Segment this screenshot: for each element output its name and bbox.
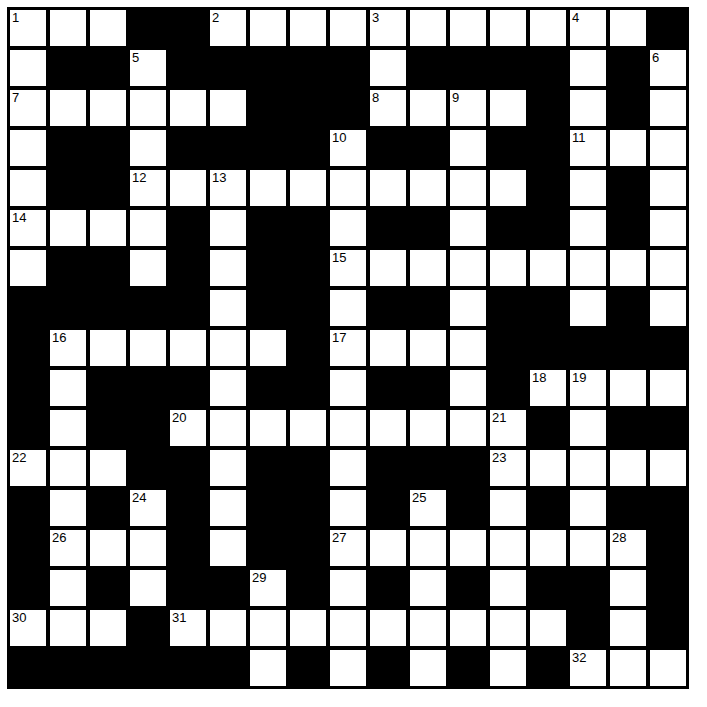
white-cell-r17-c13[interactable] bbox=[488, 648, 528, 688]
white-cell-r17-c11[interactable] bbox=[408, 648, 448, 688]
white-cell-r7-c4[interactable] bbox=[128, 248, 168, 288]
white-cell-r1-c11[interactable] bbox=[408, 8, 448, 48]
white-cell-r15-c7[interactable]: 29 bbox=[248, 568, 288, 608]
white-cell-r12-c14[interactable] bbox=[528, 448, 568, 488]
white-cell-r13-c2[interactable] bbox=[48, 488, 88, 528]
black-cell-r3-c14 bbox=[528, 88, 568, 128]
white-cell-r10-c14[interactable]: 18 bbox=[528, 368, 568, 408]
white-cell-r3-c13[interactable] bbox=[488, 88, 528, 128]
black-cell-r5-c2 bbox=[48, 168, 88, 208]
black-cell-r6-c10 bbox=[368, 208, 408, 248]
white-cell-r12-c1[interactable]: 22 bbox=[8, 448, 48, 488]
black-cell-r12-c10 bbox=[368, 448, 408, 488]
white-cell-r17-c17[interactable] bbox=[648, 648, 688, 688]
white-cell-r9-c5[interactable] bbox=[168, 328, 208, 368]
black-cell-r10-c13 bbox=[488, 368, 528, 408]
black-cell-r17-c2 bbox=[48, 648, 88, 688]
white-cell-r10-c16[interactable] bbox=[608, 368, 648, 408]
black-cell-r1-c17 bbox=[648, 8, 688, 48]
black-cell-r12-c5 bbox=[168, 448, 208, 488]
white-cell-r2-c1[interactable] bbox=[8, 48, 48, 88]
white-cell-r1-c16[interactable] bbox=[608, 8, 648, 48]
black-cell-r10-c5 bbox=[168, 368, 208, 408]
clue-number-29: 29 bbox=[252, 570, 266, 585]
white-cell-r10-c9[interactable] bbox=[328, 368, 368, 408]
white-cell-r5-c7[interactable] bbox=[248, 168, 288, 208]
black-cell-r9-c16 bbox=[608, 328, 648, 368]
white-cell-r14-c11[interactable] bbox=[408, 528, 448, 568]
white-cell-r1-c10[interactable]: 3 bbox=[368, 8, 408, 48]
white-cell-r3-c10[interactable]: 8 bbox=[368, 88, 408, 128]
white-cell-r4-c4[interactable] bbox=[128, 128, 168, 168]
black-cell-r10-c11 bbox=[408, 368, 448, 408]
black-cell-r17-c10 bbox=[368, 648, 408, 688]
black-cell-r12-c8 bbox=[288, 448, 328, 488]
black-cell-r6-c7 bbox=[248, 208, 288, 248]
clue-number-1: 1 bbox=[12, 10, 19, 25]
white-cell-r14-c12[interactable] bbox=[448, 528, 488, 568]
white-cell-r17-c15[interactable]: 32 bbox=[568, 648, 608, 688]
white-cell-r4-c16[interactable] bbox=[608, 128, 648, 168]
white-cell-r9-c12[interactable] bbox=[448, 328, 488, 368]
white-cell-r16-c2[interactable] bbox=[48, 608, 88, 648]
black-cell-r17-c3 bbox=[88, 648, 128, 688]
black-cell-r5-c16 bbox=[608, 168, 648, 208]
white-cell-r1-c6[interactable]: 2 bbox=[208, 8, 248, 48]
black-cell-r3-c7 bbox=[248, 88, 288, 128]
clue-number-25: 25 bbox=[412, 490, 426, 505]
black-cell-r9-c15 bbox=[568, 328, 608, 368]
clue-number-10: 10 bbox=[332, 130, 346, 145]
black-cell-r8-c8 bbox=[288, 288, 328, 328]
black-cell-r15-c5 bbox=[168, 568, 208, 608]
black-cell-r13-c16 bbox=[608, 488, 648, 528]
white-cell-r15-c4[interactable] bbox=[128, 568, 168, 608]
black-cell-r10-c10 bbox=[368, 368, 408, 408]
white-cell-r12-c15[interactable] bbox=[568, 448, 608, 488]
white-cell-r4-c17[interactable] bbox=[648, 128, 688, 168]
white-cell-r17-c16[interactable] bbox=[608, 648, 648, 688]
black-cell-r4-c13 bbox=[488, 128, 528, 168]
white-cell-r5-c9[interactable] bbox=[328, 168, 368, 208]
white-cell-r14-c16[interactable]: 28 bbox=[608, 528, 648, 568]
black-cell-r17-c8 bbox=[288, 648, 328, 688]
white-cell-r16-c12[interactable] bbox=[448, 608, 488, 648]
black-cell-r8-c13 bbox=[488, 288, 528, 328]
white-cell-r9-c11[interactable] bbox=[408, 328, 448, 368]
white-cell-r11-c6[interactable] bbox=[208, 408, 248, 448]
white-cell-r7-c15[interactable] bbox=[568, 248, 608, 288]
clue-number-18: 18 bbox=[532, 370, 546, 385]
white-cell-r15-c13[interactable] bbox=[488, 568, 528, 608]
clue-number-21: 21 bbox=[492, 410, 506, 425]
black-cell-r2-c7 bbox=[248, 48, 288, 88]
white-cell-r14-c10[interactable] bbox=[368, 528, 408, 568]
black-cell-r2-c12 bbox=[448, 48, 488, 88]
black-cell-r11-c1 bbox=[8, 408, 48, 448]
clue-number-13: 13 bbox=[212, 170, 226, 185]
black-cell-r10-c4 bbox=[128, 368, 168, 408]
clue-number-19: 19 bbox=[572, 370, 586, 385]
black-cell-r8-c14 bbox=[528, 288, 568, 328]
white-cell-r12-c2[interactable] bbox=[48, 448, 88, 488]
clue-number-15: 15 bbox=[332, 250, 346, 265]
white-cell-r16-c16[interactable] bbox=[608, 608, 648, 648]
white-cell-r10-c2[interactable] bbox=[48, 368, 88, 408]
black-cell-r16-c15 bbox=[568, 608, 608, 648]
black-cell-r13-c10 bbox=[368, 488, 408, 528]
crossword-board: 1234567891011121314151617181920212223242… bbox=[7, 7, 689, 689]
white-cell-r9-c9[interactable]: 17 bbox=[328, 328, 368, 368]
white-cell-r16-c13[interactable] bbox=[488, 608, 528, 648]
white-cell-r5-c1[interactable] bbox=[8, 168, 48, 208]
black-cell-r5-c14 bbox=[528, 168, 568, 208]
white-cell-r8-c15[interactable] bbox=[568, 288, 608, 328]
black-cell-r3-c9 bbox=[328, 88, 368, 128]
black-cell-r2-c3 bbox=[88, 48, 128, 88]
black-cell-r2-c13 bbox=[488, 48, 528, 88]
black-cell-r12-c4 bbox=[128, 448, 168, 488]
black-cell-r17-c14 bbox=[528, 648, 568, 688]
white-cell-r11-c15[interactable] bbox=[568, 408, 608, 448]
white-cell-r14-c4[interactable] bbox=[128, 528, 168, 568]
black-cell-r15-c8 bbox=[288, 568, 328, 608]
white-cell-r16-c5[interactable]: 31 bbox=[168, 608, 208, 648]
clue-number-5: 5 bbox=[132, 50, 139, 65]
black-cell-r17-c5 bbox=[168, 648, 208, 688]
white-cell-r5-c4[interactable]: 12 bbox=[128, 168, 168, 208]
black-cell-r15-c15 bbox=[568, 568, 608, 608]
white-cell-r1-c13[interactable] bbox=[488, 8, 528, 48]
white-cell-r15-c2[interactable] bbox=[48, 568, 88, 608]
black-cell-r4-c14 bbox=[528, 128, 568, 168]
white-cell-r7-c17[interactable] bbox=[648, 248, 688, 288]
white-cell-r6-c17[interactable] bbox=[648, 208, 688, 248]
black-cell-r11-c17 bbox=[648, 408, 688, 448]
white-cell-r10-c17[interactable] bbox=[648, 368, 688, 408]
white-cell-r12-c6[interactable] bbox=[208, 448, 248, 488]
clue-number-23: 23 bbox=[492, 450, 506, 465]
white-cell-r3-c1[interactable]: 7 bbox=[8, 88, 48, 128]
white-cell-r13-c4[interactable]: 24 bbox=[128, 488, 168, 528]
white-cell-r10-c6[interactable] bbox=[208, 368, 248, 408]
white-cell-r12-c16[interactable] bbox=[608, 448, 648, 488]
white-cell-r14-c2[interactable]: 26 bbox=[48, 528, 88, 568]
white-cell-r3-c2[interactable] bbox=[48, 88, 88, 128]
black-cell-r11-c4 bbox=[128, 408, 168, 448]
clue-number-9: 9 bbox=[452, 90, 459, 105]
black-cell-r15-c12 bbox=[448, 568, 488, 608]
white-cell-r8-c6[interactable] bbox=[208, 288, 248, 328]
clue-number-4: 4 bbox=[572, 10, 579, 25]
white-cell-r10-c12[interactable] bbox=[448, 368, 488, 408]
black-cell-r15-c14 bbox=[528, 568, 568, 608]
white-cell-r16-c6[interactable] bbox=[208, 608, 248, 648]
white-cell-r2-c10[interactable] bbox=[368, 48, 408, 88]
white-cell-r14-c9[interactable]: 27 bbox=[328, 528, 368, 568]
clue-number-8: 8 bbox=[372, 90, 379, 105]
black-cell-r4-c3 bbox=[88, 128, 128, 168]
white-cell-r6-c2[interactable] bbox=[48, 208, 88, 248]
clue-number-6: 6 bbox=[652, 50, 659, 65]
black-cell-r6-c8 bbox=[288, 208, 328, 248]
black-cell-r13-c8 bbox=[288, 488, 328, 528]
white-cell-r14-c14[interactable] bbox=[528, 528, 568, 568]
white-cell-r5-c11[interactable] bbox=[408, 168, 448, 208]
white-cell-r11-c11[interactable] bbox=[408, 408, 448, 448]
white-cell-r17-c9[interactable] bbox=[328, 648, 368, 688]
white-cell-r4-c9[interactable]: 10 bbox=[328, 128, 368, 168]
white-cell-r12-c17[interactable] bbox=[648, 448, 688, 488]
black-cell-r8-c4 bbox=[128, 288, 168, 328]
white-cell-r3-c12[interactable]: 9 bbox=[448, 88, 488, 128]
clue-number-22: 22 bbox=[12, 450, 26, 465]
black-cell-r9-c13 bbox=[488, 328, 528, 368]
white-cell-r6-c3[interactable] bbox=[88, 208, 128, 248]
white-cell-r6-c9[interactable] bbox=[328, 208, 368, 248]
black-cell-r6-c16 bbox=[608, 208, 648, 248]
white-cell-r5-c17[interactable] bbox=[648, 168, 688, 208]
white-cell-r3-c5[interactable] bbox=[168, 88, 208, 128]
black-cell-r7-c7 bbox=[248, 248, 288, 288]
black-cell-r4-c11 bbox=[408, 128, 448, 168]
white-cell-r13-c13[interactable] bbox=[488, 488, 528, 528]
clue-number-12: 12 bbox=[132, 170, 146, 185]
black-cell-r8-c2 bbox=[48, 288, 88, 328]
black-cell-r15-c17 bbox=[648, 568, 688, 608]
black-cell-r4-c8 bbox=[288, 128, 328, 168]
black-cell-r8-c16 bbox=[608, 288, 648, 328]
black-cell-r1-c5 bbox=[168, 8, 208, 48]
white-cell-r11-c12[interactable] bbox=[448, 408, 488, 448]
white-cell-r11-c13[interactable]: 21 bbox=[488, 408, 528, 448]
white-cell-r16-c9[interactable] bbox=[328, 608, 368, 648]
black-cell-r4-c10 bbox=[368, 128, 408, 168]
white-cell-r4-c12[interactable] bbox=[448, 128, 488, 168]
white-cell-r5-c13[interactable] bbox=[488, 168, 528, 208]
black-cell-r7-c8 bbox=[288, 248, 328, 288]
black-cell-r13-c12 bbox=[448, 488, 488, 528]
white-cell-r9-c2[interactable]: 16 bbox=[48, 328, 88, 368]
white-cell-r15-c16[interactable] bbox=[608, 568, 648, 608]
black-cell-r9-c1 bbox=[8, 328, 48, 368]
black-cell-r14-c17 bbox=[648, 528, 688, 568]
black-cell-r2-c5 bbox=[168, 48, 208, 88]
white-cell-r9-c7[interactable] bbox=[248, 328, 288, 368]
white-cell-r1-c8[interactable] bbox=[288, 8, 328, 48]
black-cell-r8-c1 bbox=[8, 288, 48, 328]
white-cell-r10-c15[interactable]: 19 bbox=[568, 368, 608, 408]
white-cell-r7-c12[interactable] bbox=[448, 248, 488, 288]
white-cell-r5-c6[interactable]: 13 bbox=[208, 168, 248, 208]
white-cell-r8-c9[interactable] bbox=[328, 288, 368, 328]
black-cell-r2-c9 bbox=[328, 48, 368, 88]
white-cell-r8-c17[interactable] bbox=[648, 288, 688, 328]
white-cell-r11-c5[interactable]: 20 bbox=[168, 408, 208, 448]
white-cell-r16-c10[interactable] bbox=[368, 608, 408, 648]
white-cell-r5-c12[interactable] bbox=[448, 168, 488, 208]
white-cell-r2-c17[interactable]: 6 bbox=[648, 48, 688, 88]
black-cell-r14-c5 bbox=[168, 528, 208, 568]
black-cell-r9-c17 bbox=[648, 328, 688, 368]
clue-number-2: 2 bbox=[212, 10, 219, 25]
black-cell-r7-c5 bbox=[168, 248, 208, 288]
white-cell-r6-c12[interactable] bbox=[448, 208, 488, 248]
white-cell-r9-c10[interactable] bbox=[368, 328, 408, 368]
white-cell-r3-c17[interactable] bbox=[648, 88, 688, 128]
black-cell-r4-c5 bbox=[168, 128, 208, 168]
white-cell-r15-c11[interactable] bbox=[408, 568, 448, 608]
white-cell-r5-c10[interactable] bbox=[368, 168, 408, 208]
white-cell-r5-c8[interactable] bbox=[288, 168, 328, 208]
black-cell-r17-c4 bbox=[128, 648, 168, 688]
clue-number-27: 27 bbox=[332, 530, 346, 545]
white-cell-r3-c15[interactable] bbox=[568, 88, 608, 128]
black-cell-r15-c6 bbox=[208, 568, 248, 608]
black-cell-r2-c8 bbox=[288, 48, 328, 88]
white-cell-r11-c8[interactable] bbox=[288, 408, 328, 448]
white-cell-r16-c14[interactable] bbox=[528, 608, 568, 648]
white-cell-r11-c2[interactable] bbox=[48, 408, 88, 448]
white-cell-r16-c1[interactable]: 30 bbox=[8, 608, 48, 648]
white-cell-r7-c6[interactable] bbox=[208, 248, 248, 288]
white-cell-r9-c3[interactable] bbox=[88, 328, 128, 368]
white-cell-r1-c3[interactable] bbox=[88, 8, 128, 48]
black-cell-r5-c3 bbox=[88, 168, 128, 208]
white-cell-r16-c8[interactable] bbox=[288, 608, 328, 648]
white-cell-r12-c9[interactable] bbox=[328, 448, 368, 488]
black-cell-r13-c14 bbox=[528, 488, 568, 528]
white-cell-r7-c1[interactable] bbox=[8, 248, 48, 288]
black-cell-r4-c7 bbox=[248, 128, 288, 168]
white-cell-r7-c16[interactable] bbox=[608, 248, 648, 288]
clue-number-3: 3 bbox=[372, 10, 379, 25]
black-cell-r17-c1 bbox=[8, 648, 48, 688]
white-cell-r9-c4[interactable] bbox=[128, 328, 168, 368]
black-cell-r8-c10 bbox=[368, 288, 408, 328]
clue-number-11: 11 bbox=[572, 130, 586, 145]
white-cell-r3-c11[interactable] bbox=[408, 88, 448, 128]
clue-number-31: 31 bbox=[172, 610, 186, 625]
white-cell-r11-c9[interactable] bbox=[328, 408, 368, 448]
white-cell-r6-c4[interactable] bbox=[128, 208, 168, 248]
white-cell-r13-c15[interactable] bbox=[568, 488, 608, 528]
white-cell-r14-c15[interactable] bbox=[568, 528, 608, 568]
white-cell-r8-c12[interactable] bbox=[448, 288, 488, 328]
black-cell-r9-c14 bbox=[528, 328, 568, 368]
white-cell-r13-c11[interactable]: 25 bbox=[408, 488, 448, 528]
white-cell-r2-c15[interactable] bbox=[568, 48, 608, 88]
white-cell-r16-c7[interactable] bbox=[248, 608, 288, 648]
black-cell-r10-c8 bbox=[288, 368, 328, 408]
black-cell-r6-c11 bbox=[408, 208, 448, 248]
black-cell-r7-c3 bbox=[88, 248, 128, 288]
white-cell-r15-c9[interactable] bbox=[328, 568, 368, 608]
white-cell-r17-c7[interactable] bbox=[248, 648, 288, 688]
white-cell-r1-c12[interactable] bbox=[448, 8, 488, 48]
white-cell-r1-c2[interactable] bbox=[48, 8, 88, 48]
black-cell-r11-c3 bbox=[88, 408, 128, 448]
white-cell-r5-c5[interactable] bbox=[168, 168, 208, 208]
white-cell-r12-c3[interactable] bbox=[88, 448, 128, 488]
black-cell-r2-c16 bbox=[608, 48, 648, 88]
white-cell-r3-c4[interactable] bbox=[128, 88, 168, 128]
white-cell-r6-c1[interactable]: 14 bbox=[8, 208, 48, 248]
white-cell-r12-c13[interactable]: 23 bbox=[488, 448, 528, 488]
white-cell-r13-c9[interactable] bbox=[328, 488, 368, 528]
black-cell-r15-c3 bbox=[88, 568, 128, 608]
white-cell-r4-c1[interactable] bbox=[8, 128, 48, 168]
white-cell-r1-c7[interactable] bbox=[248, 8, 288, 48]
white-cell-r7-c14[interactable] bbox=[528, 248, 568, 288]
white-cell-r16-c11[interactable] bbox=[408, 608, 448, 648]
black-cell-r13-c17 bbox=[648, 488, 688, 528]
white-cell-r13-c6[interactable] bbox=[208, 488, 248, 528]
white-cell-r7-c9[interactable]: 15 bbox=[328, 248, 368, 288]
white-cell-r1-c15[interactable]: 4 bbox=[568, 8, 608, 48]
clue-number-7: 7 bbox=[12, 90, 19, 105]
black-cell-r15-c10 bbox=[368, 568, 408, 608]
white-cell-r6-c15[interactable] bbox=[568, 208, 608, 248]
black-cell-r14-c1 bbox=[8, 528, 48, 568]
white-cell-r1-c1[interactable]: 1 bbox=[8, 8, 48, 48]
clue-number-16: 16 bbox=[52, 330, 66, 345]
black-cell-r2-c14 bbox=[528, 48, 568, 88]
white-cell-r2-c4[interactable]: 5 bbox=[128, 48, 168, 88]
black-cell-r8-c3 bbox=[88, 288, 128, 328]
black-cell-r15-c1 bbox=[8, 568, 48, 608]
white-cell-r5-c15[interactable] bbox=[568, 168, 608, 208]
black-cell-r13-c5 bbox=[168, 488, 208, 528]
white-cell-r16-c3[interactable] bbox=[88, 608, 128, 648]
black-cell-r14-c7 bbox=[248, 528, 288, 568]
black-cell-r6-c5 bbox=[168, 208, 208, 248]
white-cell-r14-c6[interactable] bbox=[208, 528, 248, 568]
white-cell-r3-c6[interactable] bbox=[208, 88, 248, 128]
white-cell-r14-c3[interactable] bbox=[88, 528, 128, 568]
white-cell-r14-c13[interactable] bbox=[488, 528, 528, 568]
white-cell-r11-c10[interactable] bbox=[368, 408, 408, 448]
black-cell-r10-c1 bbox=[8, 368, 48, 408]
black-cell-r10-c3 bbox=[88, 368, 128, 408]
black-cell-r8-c11 bbox=[408, 288, 448, 328]
black-cell-r8-c7 bbox=[248, 288, 288, 328]
white-cell-r4-c15[interactable]: 11 bbox=[568, 128, 608, 168]
black-cell-r13-c1 bbox=[8, 488, 48, 528]
white-cell-r7-c10[interactable] bbox=[368, 248, 408, 288]
clue-number-24: 24 bbox=[132, 490, 146, 505]
black-cell-r11-c14 bbox=[528, 408, 568, 448]
black-cell-r2-c11 bbox=[408, 48, 448, 88]
white-cell-r7-c13[interactable] bbox=[488, 248, 528, 288]
black-cell-r13-c3 bbox=[88, 488, 128, 528]
white-cell-r1-c9[interactable] bbox=[328, 8, 368, 48]
white-cell-r9-c6[interactable] bbox=[208, 328, 248, 368]
white-cell-r6-c6[interactable] bbox=[208, 208, 248, 248]
black-cell-r3-c8 bbox=[288, 88, 328, 128]
white-cell-r7-c11[interactable] bbox=[408, 248, 448, 288]
black-cell-r14-c8 bbox=[288, 528, 328, 568]
black-cell-r7-c2 bbox=[48, 248, 88, 288]
clue-number-30: 30 bbox=[12, 610, 26, 625]
black-cell-r17-c12 bbox=[448, 648, 488, 688]
black-cell-r10-c7 bbox=[248, 368, 288, 408]
black-cell-r12-c7 bbox=[248, 448, 288, 488]
white-cell-r1-c14[interactable] bbox=[528, 8, 568, 48]
black-cell-r3-c16 bbox=[608, 88, 648, 128]
white-cell-r3-c3[interactable] bbox=[88, 88, 128, 128]
white-cell-r11-c7[interactable] bbox=[248, 408, 288, 448]
